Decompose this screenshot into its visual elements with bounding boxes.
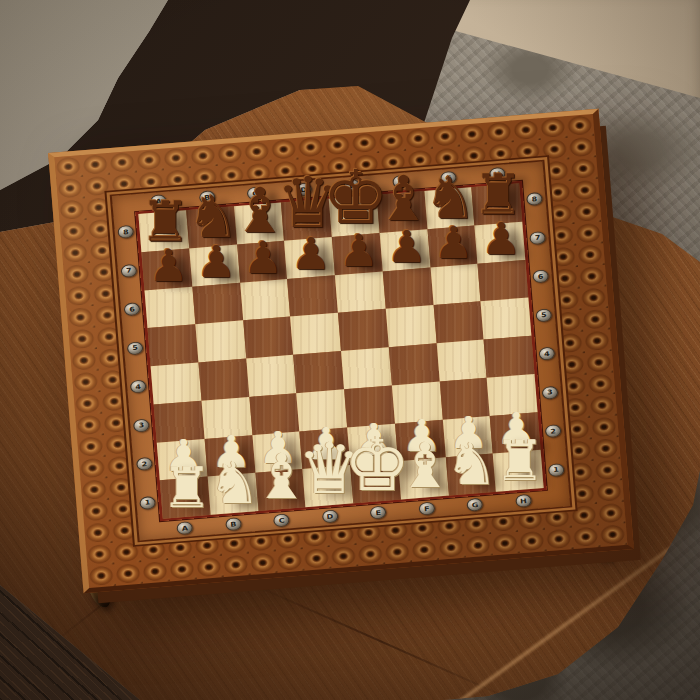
square-b6 <box>192 283 243 325</box>
coord-file-bottom-a: A <box>176 521 193 535</box>
square-e7: ♟ <box>332 233 383 275</box>
coord-file-bottom-f: F <box>418 502 435 516</box>
coord-rank-right-3: 3 <box>542 386 559 400</box>
white-knight-b1: ♞ <box>208 454 260 512</box>
white-rook-h1: ♜ <box>495 433 545 489</box>
square-a6 <box>144 286 195 328</box>
coord-rank-right-7: 7 <box>529 231 546 245</box>
square-b5 <box>195 321 246 363</box>
white-bishop-f1: ♝ <box>397 435 453 497</box>
square-f7: ♟ <box>379 229 430 271</box>
square-a1: ♜ <box>160 477 211 519</box>
square-b1: ♞ <box>207 473 258 515</box>
black-pawn-e7: ♟ <box>339 228 378 272</box>
coord-file-bottom-d: D <box>321 509 338 523</box>
black-pawn-a7: ♟ <box>148 243 187 287</box>
coord-rank-left-7: 7 <box>120 264 137 278</box>
square-h1: ♜ <box>493 450 544 492</box>
square-d5 <box>290 313 341 355</box>
square-e1: ♚ <box>350 461 401 503</box>
coord-rank-right-1: 1 <box>548 463 565 477</box>
square-g1: ♞ <box>445 454 496 496</box>
black-pawn-c7: ♟ <box>244 236 283 280</box>
coord-file-bottom-b: B <box>225 517 242 531</box>
square-f1: ♝ <box>398 458 449 500</box>
square-h6 <box>478 260 529 302</box>
black-pawn-f7: ♟ <box>386 224 425 268</box>
scene: ABCDEFGH 87654321 87654321 ABCDEFGH ♜♞♝♛… <box>0 0 700 700</box>
square-b7: ♟ <box>189 244 240 286</box>
square-g4 <box>436 340 487 382</box>
square-d7: ♟ <box>284 237 335 279</box>
coord-rank-right-6: 6 <box>532 270 549 284</box>
coord-file-bottom-e: E <box>370 506 387 520</box>
square-h7: ♟ <box>475 221 526 263</box>
square-a5 <box>148 324 199 366</box>
square-c4 <box>246 355 297 397</box>
coord-file-bottom-h: H <box>515 494 532 508</box>
chess-board: ABCDEFGH 87654321 87654321 ABCDEFGH ♜♞♝♛… <box>48 109 634 593</box>
square-g5 <box>433 301 484 343</box>
coord-rank-left-3: 3 <box>133 418 150 432</box>
square-f6 <box>382 267 433 309</box>
coord-rank-left-8: 8 <box>117 225 134 239</box>
square-g6 <box>430 263 481 305</box>
square-h4 <box>484 336 535 378</box>
square-d4 <box>293 351 344 393</box>
white-knight-g1: ♞ <box>446 435 498 493</box>
coord-rank-left-5: 5 <box>127 341 144 355</box>
square-e4 <box>341 347 392 389</box>
coord-rank-right-5: 5 <box>535 308 552 322</box>
square-b4 <box>198 359 249 401</box>
square-a4 <box>151 362 202 404</box>
square-a7: ♟ <box>141 248 192 290</box>
square-f4 <box>389 343 440 385</box>
square-d6 <box>287 275 338 317</box>
square-c7: ♟ <box>237 241 288 283</box>
white-rook-a1: ♜ <box>162 460 212 516</box>
square-e5 <box>338 309 389 351</box>
square-g7: ♟ <box>427 225 478 267</box>
coord-file-bottom-g: G <box>467 498 484 512</box>
board-grid: ♜♞♝♛♚♝♞♜♟♟♟♟♟♟♟♟♟♟♟♟♟♟♟♟♜♞♝♛♚♝♞♜ <box>138 183 543 518</box>
coord-rank-left-1: 1 <box>139 496 156 510</box>
black-pawn-g7: ♟ <box>434 220 473 264</box>
coord-rank-left-2: 2 <box>136 457 153 471</box>
black-pawn-b7: ♟ <box>196 240 235 284</box>
coord-rank-right-2: 2 <box>545 424 562 438</box>
coord-rank-right-8: 8 <box>526 192 543 206</box>
square-c5 <box>243 317 294 359</box>
table-veneer-seam <box>243 579 518 700</box>
square-f5 <box>386 305 437 347</box>
black-pawn-d7: ♟ <box>291 232 330 276</box>
coord-file-bottom-c: C <box>273 513 290 527</box>
square-h5 <box>481 298 532 340</box>
coord-rank-left-4: 4 <box>130 380 147 394</box>
board-inner-panel: ABCDEFGH 87654321 87654321 ABCDEFGH ♜♞♝♛… <box>110 160 573 543</box>
coord-rank-right-4: 4 <box>538 347 555 361</box>
play-area: ♜♞♝♛♚♝♞♜♟♟♟♟♟♟♟♟♟♟♟♟♟♟♟♟♜♞♝♛♚♝♞♜ <box>135 181 547 522</box>
coord-rank-left-6: 6 <box>124 302 141 316</box>
square-c6 <box>240 279 291 321</box>
black-pawn-h7: ♟ <box>482 217 521 261</box>
square-e6 <box>335 271 386 313</box>
